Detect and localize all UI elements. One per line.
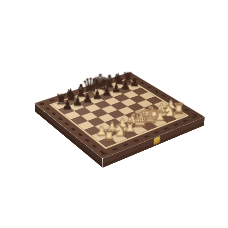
square-d8[interactable] <box>82 92 98 100</box>
square-c7[interactable] <box>78 99 94 107</box>
square-h6[interactable] <box>132 88 148 96</box>
black-pawn-icon: ♟ <box>129 77 139 88</box>
square-f8[interactable] <box>101 85 117 92</box>
square-f5[interactable] <box>121 98 137 106</box>
black-pawn-icon: ♟ <box>111 83 121 94</box>
scene-3d: ♜♞♝♛♚♝♞♜♟♟♟♟♟♟♟♟♟♟♟♟♟♟♟♟♜♞♝♛♚♝♞♜ <box>0 0 228 228</box>
brass-clasp-icon <box>154 136 160 145</box>
black-pawn-icon: ♟ <box>120 80 130 91</box>
square-g6[interactable] <box>123 91 139 99</box>
square-g8[interactable] <box>110 82 126 89</box>
square-g7[interactable] <box>116 87 132 94</box>
black-knight-icon: ♞ <box>112 72 125 87</box>
white-rook-icon: ♜ <box>102 128 116 143</box>
square-f7[interactable] <box>107 90 123 98</box>
black-rook-icon: ♜ <box>122 71 134 84</box>
square-h8[interactable] <box>119 79 134 86</box>
black-pawn-icon: ♟ <box>82 92 93 104</box>
black-pawn-icon: ♟ <box>72 96 83 108</box>
square-c6[interactable] <box>85 104 102 112</box>
square-e7[interactable] <box>98 93 114 101</box>
square-h7[interactable] <box>125 83 141 90</box>
black-bishop-icon: ♝ <box>73 82 89 99</box>
black-queen-icon: ♛ <box>82 76 100 96</box>
black-bishop-icon: ♝ <box>102 73 117 90</box>
black-pawn-icon: ♟ <box>92 89 102 101</box>
black-pawn-icon: ♟ <box>102 86 112 98</box>
square-d6[interactable] <box>95 101 111 109</box>
square-e8[interactable] <box>91 88 107 96</box>
black-pawn-icon: ♟ <box>62 99 73 111</box>
black-king-icon: ♚ <box>91 72 110 93</box>
square-h5[interactable] <box>139 92 155 100</box>
square-e5[interactable] <box>111 102 128 110</box>
square-e6[interactable] <box>104 97 120 105</box>
frame-notches-top <box>39 74 132 105</box>
square-c8[interactable] <box>72 95 88 103</box>
square-d7[interactable] <box>88 96 104 104</box>
product-photo: ♜♞♝♛♚♝♞♜♟♟♟♟♟♟♟♟♟♟♟♟♟♟♟♟♜♞♝♛♚♝♞♜ <box>0 0 228 228</box>
square-f6[interactable] <box>114 94 130 102</box>
